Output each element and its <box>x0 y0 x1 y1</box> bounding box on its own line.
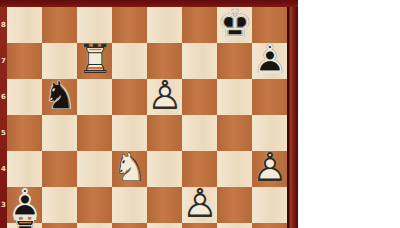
square-g5[interactable] <box>217 115 252 151</box>
square-f5[interactable] <box>182 115 217 151</box>
square-d8[interactable] <box>112 7 147 43</box>
square-a3[interactable]: ♟♙ <box>7 187 42 223</box>
square-h7[interactable]: ♟♙ <box>252 43 287 79</box>
board-frame-top <box>0 0 298 7</box>
rank-label-7: 7 <box>0 43 7 79</box>
square-a8[interactable] <box>7 7 42 43</box>
square-c6[interactable] <box>77 79 112 115</box>
rank-label-3: 3 <box>0 187 7 223</box>
black-knight-b6[interactable]: ♞♘ <box>42 79 77 115</box>
white-pawn-f3[interactable]: ♟♙ <box>182 187 217 223</box>
square-f6[interactable] <box>182 79 217 115</box>
piece-outline-glyph: ♙ <box>147 77 182 113</box>
square-d7[interactable] <box>112 43 147 79</box>
square-f4[interactable] <box>182 151 217 187</box>
square-e4[interactable] <box>147 151 182 187</box>
square-g4[interactable] <box>217 151 252 187</box>
square-d6[interactable] <box>112 79 147 115</box>
white-pawn-h4[interactable]: ♟♙ <box>252 151 287 187</box>
square-c4[interactable] <box>77 151 112 187</box>
square-c7[interactable]: ♜♖ <box>77 43 112 79</box>
square-h4[interactable]: ♟♙ <box>252 151 287 187</box>
square-g7[interactable] <box>217 43 252 79</box>
rank-labels: 876543 <box>0 7 7 228</box>
piece-fill-glyph: ♜ <box>77 41 112 77</box>
black-pawn-h7[interactable]: ♟♙ <box>252 43 287 79</box>
square-e7[interactable] <box>147 43 182 79</box>
piece-fill-glyph: ♟ <box>182 185 217 221</box>
square-d2[interactable] <box>112 223 147 228</box>
black-pawn-a3[interactable]: ♟♙ <box>7 187 42 223</box>
square-c3[interactable] <box>77 187 112 223</box>
square-e6[interactable]: ♟♙ <box>147 79 182 115</box>
rank-label-4: 4 <box>0 151 7 187</box>
white-pawn-e6[interactable]: ♟♙ <box>147 79 182 115</box>
square-b4[interactable] <box>42 151 77 187</box>
black-king-g8[interactable]: ♚♔ <box>217 7 252 43</box>
piece-outline-glyph: ♙ <box>252 41 287 77</box>
piece-fill-glyph: ♟ <box>252 149 287 185</box>
square-g8[interactable]: ♚♔ <box>217 7 252 43</box>
square-h2[interactable] <box>252 223 287 228</box>
piece-fill-glyph: ♞ <box>42 77 77 113</box>
piece-outline-glyph: ♙ <box>7 185 42 221</box>
piece-fill-glyph: ♞ <box>112 149 147 185</box>
piece-outline-glyph: ♘ <box>112 149 147 185</box>
square-a2[interactable]: ♜♖ <box>7 223 42 228</box>
square-b2[interactable] <box>42 223 77 228</box>
chess-board: 876543 ♚♔♜♖♟♙♞♘♟♙♞♘♟♙♟♙♟♙♜♖ <box>0 0 298 228</box>
square-b6[interactable]: ♞♘ <box>42 79 77 115</box>
piece-fill-glyph: ♟ <box>7 185 42 221</box>
rank-label-6: 6 <box>0 79 7 115</box>
square-f7[interactable] <box>182 43 217 79</box>
square-h3[interactable] <box>252 187 287 223</box>
square-b5[interactable] <box>42 115 77 151</box>
piece-outline-glyph: ♙ <box>252 149 287 185</box>
square-a5[interactable] <box>7 115 42 151</box>
board-frame-right <box>287 0 298 228</box>
piece-outline-glyph: ♘ <box>42 77 77 113</box>
square-c5[interactable] <box>77 115 112 151</box>
piece-outline-glyph: ♙ <box>182 185 217 221</box>
square-a6[interactable] <box>7 79 42 115</box>
piece-fill-glyph: ♟ <box>147 77 182 113</box>
square-h8[interactable] <box>252 7 287 43</box>
square-e3[interactable] <box>147 187 182 223</box>
square-h5[interactable] <box>252 115 287 151</box>
piece-outline-glyph: ♖ <box>77 41 112 77</box>
square-b3[interactable] <box>42 187 77 223</box>
square-e5[interactable] <box>147 115 182 151</box>
square-d4[interactable]: ♞♘ <box>112 151 147 187</box>
square-c8[interactable] <box>77 7 112 43</box>
white-knight-d4[interactable]: ♞♘ <box>112 151 147 187</box>
square-f2[interactable] <box>182 223 217 228</box>
square-f3[interactable]: ♟♙ <box>182 187 217 223</box>
piece-fill-glyph: ♚ <box>217 5 252 41</box>
square-e2[interactable] <box>147 223 182 228</box>
piece-fill-glyph: ♟ <box>252 41 287 77</box>
square-f8[interactable] <box>182 7 217 43</box>
square-c2[interactable] <box>77 223 112 228</box>
rank-label-5: 5 <box>0 115 7 151</box>
square-h6[interactable] <box>252 79 287 115</box>
square-a7[interactable] <box>7 43 42 79</box>
square-b8[interactable] <box>42 7 77 43</box>
black-rook-a2[interactable]: ♜♖ <box>7 223 42 228</box>
square-d3[interactable] <box>112 187 147 223</box>
white-rook-c7[interactable]: ♜♖ <box>77 43 112 79</box>
square-e8[interactable] <box>147 7 182 43</box>
rank-label-8: 8 <box>0 7 7 43</box>
square-g6[interactable] <box>217 79 252 115</box>
square-b7[interactable] <box>42 43 77 79</box>
board-squares: ♚♔♜♖♟♙♞♘♟♙♞♘♟♙♟♙♟♙♜♖ <box>7 7 287 228</box>
square-a4[interactable] <box>7 151 42 187</box>
square-d5[interactable] <box>112 115 147 151</box>
square-g3[interactable] <box>217 187 252 223</box>
piece-outline-glyph: ♔ <box>217 5 252 41</box>
square-g2[interactable] <box>217 223 252 228</box>
